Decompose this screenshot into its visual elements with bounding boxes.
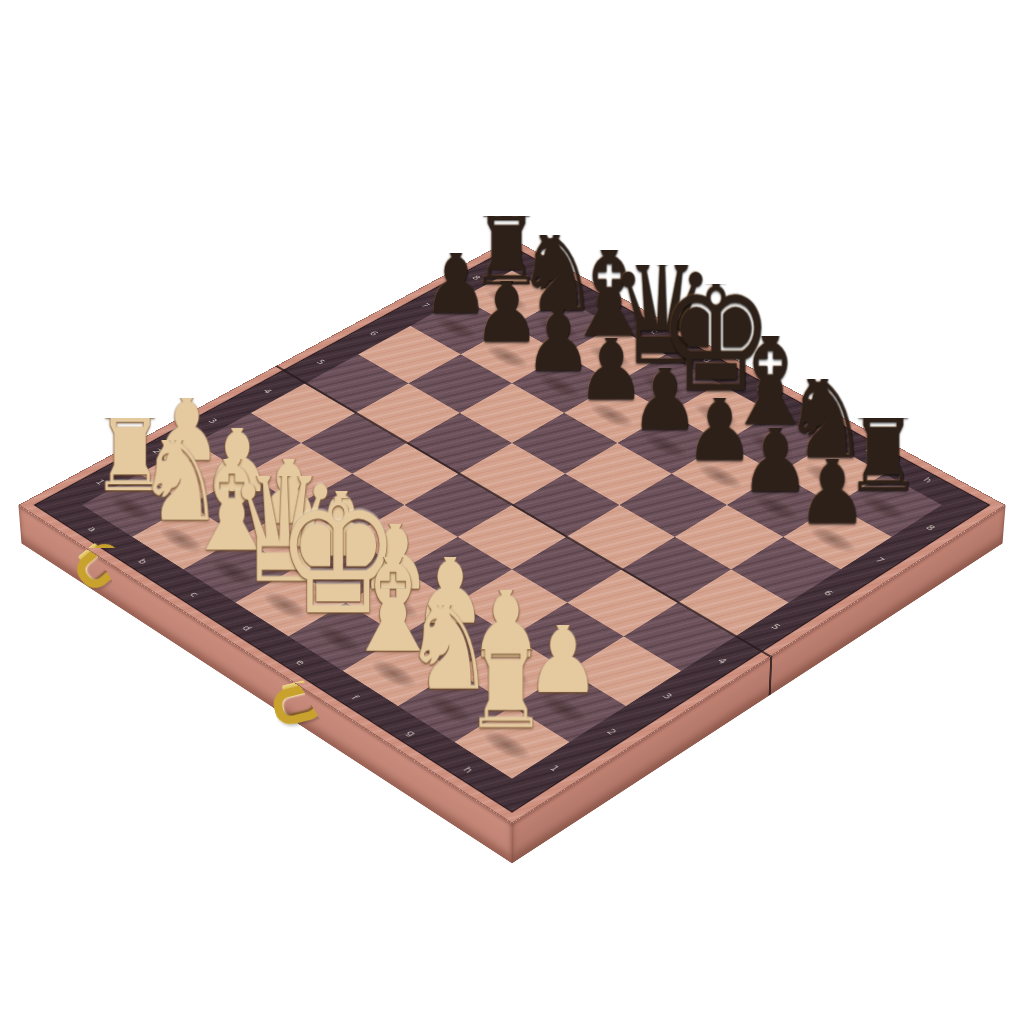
product-photo-background: aabbccddeeffgghh8877665544332211♜♞♝♛♚♝♞♜… — [0, 0, 1024, 1024]
black-pawn-glyph: ♟ — [797, 438, 868, 539]
white-rook-glyph: ♜ — [464, 625, 548, 745]
fold-seam-edge-notch — [769, 655, 773, 696]
piece-white-rook[interactable]: ♜ — [425, 649, 586, 746]
chess-board: aabbccddeeffgghh8877665544332211♜♞♝♛♚♝♞♜… — [18, 239, 1005, 824]
piece-black-pawn[interactable]: ♟ — [756, 459, 908, 540]
